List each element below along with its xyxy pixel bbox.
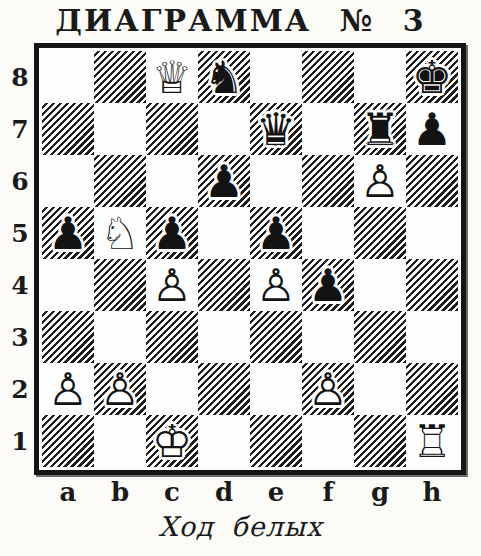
piece-glyph: ♟ [406,103,458,155]
white-pawn-e4: ♟♙ [250,259,302,311]
square-d5[interactable] [198,207,250,259]
square-h1[interactable]: ♜♖ [406,415,458,467]
square-f8[interactable] [302,51,354,103]
square-c6[interactable] [146,155,198,207]
piece-glyph: ♕ [146,51,198,103]
square-g5[interactable] [354,207,406,259]
move-indicator: Ход белых [0,511,481,542]
file-label-b: b [94,477,146,507]
piece-glyph: ♘ [94,207,146,259]
square-d3[interactable] [198,311,250,363]
black-pawn-c5: ♟♟ [146,207,198,259]
piece-glyph: ♟ [250,207,302,259]
square-d4[interactable] [198,259,250,311]
file-label-e: e [250,477,302,507]
file-label-a: a [42,477,94,507]
rank-label-2: 2 [6,363,34,415]
square-f4[interactable]: ♟♟ [302,259,354,311]
rank-label-3: 3 [6,311,34,363]
square-b5[interactable]: ♞♘ [94,207,146,259]
piece-glyph: ♜ [354,103,406,155]
square-d6[interactable]: ♟♟ [198,155,250,207]
square-g4[interactable] [354,259,406,311]
rank-label-8: 8 [6,51,34,103]
square-b7[interactable] [94,103,146,155]
square-g6[interactable]: ♟♙ [354,155,406,207]
square-a4[interactable] [42,259,94,311]
piece-glyph: ♚ [406,51,458,103]
square-f1[interactable] [302,415,354,467]
black-knight-d8: ♞♞ [198,51,250,103]
file-label-f: f [302,477,354,507]
piece-glyph: ♟ [302,259,354,311]
square-c8[interactable]: ♛♕ [146,51,198,103]
square-h3[interactable] [406,311,458,363]
square-a1[interactable] [42,415,94,467]
square-e5[interactable]: ♟♟ [250,207,302,259]
square-e2[interactable] [250,363,302,415]
piece-glyph: ♔ [146,415,198,467]
square-d8[interactable]: ♞♞ [198,51,250,103]
rank-label-5: 5 [6,207,34,259]
file-label-d: d [198,477,250,507]
page-title: ДИАГРАММА № 3 [0,3,481,38]
square-g1[interactable] [354,415,406,467]
square-a5[interactable]: ♟♟ [42,207,94,259]
square-c2[interactable] [146,363,198,415]
black-pawn-f4: ♟♟ [302,259,354,311]
square-d1[interactable] [198,415,250,467]
chess-board: 87654321 ♛♕♞♞♚♚♛♛♜♜♟♟♟♟♟♙♟♟♞♘♟♟♟♟♟♙♟♙♟♟♟… [6,43,481,475]
square-g2[interactable] [354,363,406,415]
square-f2[interactable]: ♟♙ [302,363,354,415]
piece-glyph: ♟ [42,207,94,259]
square-f6[interactable] [302,155,354,207]
square-h8[interactable]: ♚♚ [406,51,458,103]
square-b3[interactable] [94,311,146,363]
piece-glyph: ♙ [42,363,94,415]
square-a3[interactable] [42,311,94,363]
board-frame: ♛♕♞♞♚♚♛♛♜♜♟♟♟♟♟♙♟♟♞♘♟♟♟♟♟♙♟♙♟♟♟♙♟♙♟♙♚♔♜♖ [34,43,466,475]
piece-glyph: ♙ [146,259,198,311]
white-pawn-g6: ♟♙ [354,155,406,207]
square-c4[interactable]: ♟♙ [146,259,198,311]
square-f7[interactable] [302,103,354,155]
black-pawn-e5: ♟♟ [250,207,302,259]
square-g3[interactable] [354,311,406,363]
square-a2[interactable]: ♟♙ [42,363,94,415]
square-h7[interactable]: ♟♟ [406,103,458,155]
square-e3[interactable] [250,311,302,363]
square-f5[interactable] [302,207,354,259]
square-b4[interactable] [94,259,146,311]
file-label-h: h [406,477,458,507]
square-f3[interactable] [302,311,354,363]
square-b1[interactable] [94,415,146,467]
white-knight-b5: ♞♘ [94,207,146,259]
white-pawn-c4: ♟♙ [146,259,198,311]
square-c1[interactable]: ♚♔ [146,415,198,467]
file-label-c: c [146,477,198,507]
black-rook-g7: ♜♜ [354,103,406,155]
white-queen-c8: ♛♕ [146,51,198,103]
square-h2[interactable] [406,363,458,415]
square-b8[interactable] [94,51,146,103]
black-pawn-h7: ♟♟ [406,103,458,155]
square-h6[interactable] [406,155,458,207]
rank-label-7: 7 [6,103,34,155]
square-c7[interactable] [146,103,198,155]
square-c3[interactable] [146,311,198,363]
piece-glyph: ♛ [250,103,302,155]
black-pawn-d6: ♟♟ [198,155,250,207]
piece-glyph: ♟ [146,207,198,259]
square-c5[interactable]: ♟♟ [146,207,198,259]
white-king-c1: ♚♔ [146,415,198,467]
white-rook-h1: ♜♖ [406,415,458,467]
black-king-h8: ♚♚ [406,51,458,103]
black-pawn-a5: ♟♟ [42,207,94,259]
rank-label-4: 4 [6,259,34,311]
square-e7[interactable]: ♛♛ [250,103,302,155]
piece-glyph: ♙ [302,363,354,415]
piece-glyph: ♙ [354,155,406,207]
square-g8[interactable] [354,51,406,103]
square-e1[interactable] [250,415,302,467]
square-g7[interactable]: ♜♜ [354,103,406,155]
rank-label-1: 1 [6,415,34,467]
square-a8[interactable] [42,51,94,103]
square-d2[interactable] [198,363,250,415]
square-e4[interactable]: ♟♙ [250,259,302,311]
piece-glyph: ♟ [198,155,250,207]
square-e8[interactable] [250,51,302,103]
white-pawn-b2: ♟♙ [94,363,146,415]
square-b6[interactable] [94,155,146,207]
black-queen-e7: ♛♛ [250,103,302,155]
piece-glyph: ♖ [406,415,458,467]
square-h5[interactable] [406,207,458,259]
board-grid: ♛♕♞♞♚♚♛♛♜♜♟♟♟♟♟♙♟♟♞♘♟♟♟♟♟♙♟♙♟♟♟♙♟♙♟♙♚♔♜♖ [42,51,458,467]
square-h4[interactable] [406,259,458,311]
piece-glyph: ♙ [94,363,146,415]
rank-labels: 87654321 [6,51,34,467]
white-pawn-f2: ♟♙ [302,363,354,415]
file-label-g: g [354,477,406,507]
square-d7[interactable] [198,103,250,155]
piece-glyph: ♙ [250,259,302,311]
white-pawn-a2: ♟♙ [42,363,94,415]
piece-glyph: ♞ [198,51,250,103]
square-e6[interactable] [250,155,302,207]
square-b2[interactable]: ♟♙ [94,363,146,415]
square-a7[interactable] [42,103,94,155]
file-labels: abcdefgh [42,477,458,507]
rank-label-6: 6 [6,155,34,207]
square-a6[interactable] [42,155,94,207]
